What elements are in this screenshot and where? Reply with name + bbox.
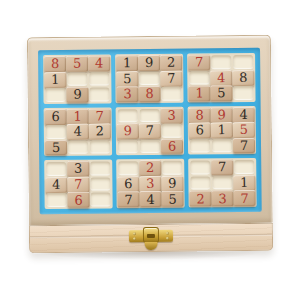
sudoku-board: 8541919257387481561742539768946157347626… [38,48,262,214]
board-cell-r9c2[interactable]: 6 [69,193,89,207]
tile-digit: 8 [51,57,59,70]
number-tile-r4c7[interactable]: 8 [189,107,211,123]
board-cell-r2c5[interactable] [139,71,159,85]
board-cell-r6c4[interactable] [118,140,138,154]
board-cell-r4c1[interactable]: 6 [46,110,66,124]
number-tile-r9c5[interactable]: 4 [139,191,161,207]
tile-digit: 6 [124,177,133,190]
number-tile-r1c2[interactable]: 5 [66,56,88,72]
board-cell-r5c8[interactable]: 1 [212,123,232,137]
board-cell-r3c8[interactable]: 5 [211,86,231,100]
number-tile-r5c7[interactable]: 6 [189,122,211,138]
number-tile-r1c6[interactable]: 2 [160,55,182,71]
box-front-panel [29,223,273,254]
number-tile-r2c8[interactable]: 4 [210,70,232,86]
board-cell-r2c9[interactable]: 8 [233,70,253,84]
tile-digit: 5 [217,87,225,100]
board-cell-r6c6[interactable]: 6 [162,139,182,153]
tile-digit: 3 [123,88,131,101]
board-cell-r7c8[interactable]: 7 [212,160,232,174]
tile-digit: 7 [96,109,104,122]
board-cell-r7c3[interactable] [90,162,110,176]
board-cell-r9c5[interactable]: 4 [141,192,161,206]
number-tile-r1c4[interactable]: 1 [116,55,138,71]
board-cell-r9c9[interactable]: 7 [235,191,255,205]
board-block-8: 2639745 [116,159,185,208]
number-tile-r4c8[interactable]: 9 [211,107,233,123]
board-cell-r2c3[interactable] [89,72,109,86]
tile-digit: 1 [74,110,82,123]
tile-digit: 4 [52,178,61,191]
board-cell-r3c3[interactable] [89,88,109,102]
tile-digit: 5 [52,141,60,154]
number-tile-r2c6[interactable]: 7 [160,70,182,86]
tile-digit: 1 [240,176,249,189]
number-tile-r1c7[interactable]: 7 [188,54,210,70]
board-cell-r3c1[interactable] [45,88,65,102]
board-cell-r4c7[interactable]: 8 [190,108,210,122]
board-block-5: 3976 [116,106,185,155]
tile-digit: 3 [74,162,82,175]
board-cell-r6c9[interactable]: 7 [234,139,254,153]
board-cell-r6c5[interactable] [140,140,160,154]
number-tile-r9c8[interactable]: 3 [211,191,233,207]
screw-icon [166,237,169,240]
board-cell-r7c1[interactable] [46,162,66,176]
board-cell-r8c4[interactable]: 6 [118,177,138,191]
product-photo: 8541919257387481561742539768946157347626… [0,0,300,300]
tile-digit: 7 [146,124,155,137]
screw-icon [133,237,136,240]
number-tile-r4c6[interactable]: 3 [161,107,183,123]
board-cell-r8c8[interactable] [212,176,232,190]
number-tile-r5c8[interactable]: 1 [211,122,233,138]
board-cell-r9c1[interactable] [47,193,67,207]
board-cell-r8c1[interactable]: 4 [46,178,66,192]
tile-digit: 7 [167,72,176,85]
tile-digit: 5 [123,72,132,85]
tile-digit: 2 [196,192,204,205]
number-tile-r9c9[interactable]: 7 [233,190,255,206]
number-tile-r4c1[interactable]: 6 [45,109,67,125]
tile-digit: 4 [95,57,103,70]
clasp-tongue [145,242,158,250]
tile-digit: 9 [145,56,153,69]
board-block-1: 85419 [43,54,112,103]
board-cell-r9c4[interactable]: 7 [119,193,139,207]
board-cell-r6c2[interactable] [68,140,88,154]
tile-digit: 5 [240,123,249,136]
tile-digit: 1 [195,87,203,100]
tile-digit: 7 [195,56,203,69]
board-cell-r7c6[interactable] [162,161,182,175]
board-cell-r5c3[interactable]: 2 [90,125,110,139]
tile-digit: 6 [196,124,205,137]
board-cell-r7c7[interactable] [190,161,210,175]
board-cell-r3c5[interactable]: 8 [139,87,159,101]
board-cell-r1c6[interactable]: 2 [161,56,181,70]
brass-clasp[interactable] [129,227,173,252]
tile-digit: 7 [240,139,248,152]
board-cell-r5c2[interactable]: 4 [68,125,88,139]
number-tile-r8c6[interactable]: 9 [161,175,183,191]
tile-digit: 7 [218,161,226,174]
board-cell-r8c7[interactable] [190,176,210,190]
board-cell-r1c8[interactable] [211,55,231,69]
number-tile-r5c5[interactable]: 7 [139,123,161,139]
board-block-6: 8946157 [188,106,257,155]
board-cell-r8c2[interactable]: 7 [68,178,88,192]
number-tile-r4c3[interactable]: 7 [89,108,111,124]
board-block-9: 71237 [188,158,257,207]
board-cell-r2c6[interactable]: 7 [161,71,181,85]
number-tile-r8c2[interactable]: 7 [67,176,89,192]
number-tile-r4c2[interactable]: 1 [67,108,89,124]
number-tile-r8c9[interactable]: 1 [233,175,255,191]
number-tile-r8c5[interactable]: 3 [139,176,161,192]
board-cell-r5c6[interactable] [162,124,182,138]
board-cell-r7c4[interactable] [118,161,138,175]
number-tile-r8c4[interactable]: 6 [117,176,139,192]
board-cell-r1c7[interactable]: 7 [189,55,209,69]
board-cell-r5c4[interactable]: 9 [118,124,138,138]
board-cell-r5c5[interactable]: 7 [140,124,160,138]
clasp-slot-icon [147,234,155,238]
tile-digit: 9 [218,108,226,121]
board-cell-r7c9[interactable] [234,160,254,174]
sudoku-box: 8541919257387481561742539768946157347626… [27,35,273,254]
number-tile-r2c4[interactable]: 5 [116,71,138,87]
tile-digit: 3 [218,192,226,205]
tile-digit: 1 [51,73,60,86]
tile-digit: 6 [52,110,60,123]
tile-digit: 7 [240,192,248,205]
board-cell-r8c3[interactable] [90,177,110,191]
tile-digit: 8 [239,71,248,84]
screw-icon [166,232,169,235]
number-tile-r5c2[interactable]: 4 [67,124,89,140]
board-cell-r2c4[interactable]: 5 [117,72,137,86]
board-cell-r4c8[interactable]: 9 [212,108,232,122]
board-cell-r4c5[interactable] [140,109,160,123]
number-tile-r2c1[interactable]: 1 [44,71,66,87]
tile-digit: 9 [124,125,133,138]
clasp-hasp[interactable] [143,227,159,243]
number-tile-r5c4[interactable]: 9 [117,123,139,139]
number-tile-r1c5[interactable]: 9 [138,55,160,71]
board-cell-r5c9[interactable]: 5 [234,123,254,137]
board-cell-r9c6[interactable]: 5 [163,192,183,206]
board-cell-r4c9[interactable]: 4 [234,108,254,122]
number-tile-r2c9[interactable]: 8 [232,69,254,85]
board-cell-r8c5[interactable]: 3 [140,177,160,191]
number-tile-r5c3[interactable]: 2 [89,123,111,139]
board-cell-r1c9[interactable] [233,55,253,69]
board-cell-r3c7[interactable]: 1 [189,86,209,100]
board-cell-r8c6[interactable]: 9 [162,177,182,191]
tile-digit: 6 [74,193,82,206]
board-cell-r4c3[interactable]: 7 [90,109,110,123]
tile-digit: 4 [217,71,226,84]
board-cell-r6c1[interactable]: 5 [46,141,66,155]
tile-digit: 5 [168,192,176,205]
number-tile-r3c2[interactable]: 9 [66,87,88,103]
tile-digit: 6 [168,140,176,153]
tile-digit: 1 [123,56,131,69]
board-cell-r6c7[interactable] [190,139,210,153]
board-cell-r5c1[interactable] [46,125,66,139]
board-cell-r3c2[interactable]: 9 [67,88,87,102]
board-cell-r1c2[interactable]: 5 [67,57,87,71]
number-tile-r6c9[interactable]: 7 [233,138,255,154]
number-tile-r4c9[interactable]: 4 [233,107,255,123]
tile-digit: 3 [168,109,176,122]
screw-icon [133,232,136,235]
number-tile-r9c7[interactable]: 2 [189,191,211,207]
tile-digit: 4 [74,125,83,138]
board-cell-r4c4[interactable] [118,109,138,123]
number-tile-r6c1[interactable]: 5 [45,140,67,156]
board-cell-r1c4[interactable]: 1 [117,56,137,70]
board-block-2: 1925738 [115,54,184,103]
number-tile-r7c2[interactable]: 3 [67,161,89,177]
tile-digit: 8 [145,87,153,100]
board-cell-r5c7[interactable]: 6 [190,124,210,138]
number-tile-r9c2[interactable]: 6 [68,192,90,208]
board-cell-r2c1[interactable]: 1 [45,72,65,86]
tile-digit: 1 [218,124,227,137]
board-cell-r2c8[interactable]: 4 [211,71,231,85]
number-tile-r3c8[interactable]: 5 [210,85,232,101]
board-cell-r9c3[interactable] [91,193,111,207]
board-cell-r6c3[interactable] [90,140,110,154]
tile-digit: 2 [146,162,154,175]
board-cell-r7c5[interactable]: 2 [140,161,160,175]
board-cell-r9c7[interactable]: 2 [191,192,211,206]
tile-digit: 8 [196,108,204,121]
box-lid: 8541919257387481561742539768946157347626… [27,35,273,226]
number-tile-r9c4[interactable]: 7 [117,192,139,208]
board-cell-r1c5[interactable]: 9 [139,56,159,70]
board-cell-r8c9[interactable]: 1 [234,176,254,190]
number-tile-r7c5[interactable]: 2 [139,160,161,176]
number-tile-r1c1[interactable]: 8 [44,56,66,72]
tile-digit: 3 [146,177,155,190]
number-tile-r6c6[interactable]: 6 [161,138,183,154]
board-cell-r4c6[interactable]: 3 [162,108,182,122]
number-tile-r3c4[interactable]: 3 [116,86,138,102]
number-tile-r5c9[interactable]: 5 [233,122,255,138]
number-tile-r9c6[interactable]: 5 [161,191,183,207]
board-cell-r2c2[interactable] [67,72,87,86]
tile-digit: 4 [146,193,154,206]
board-cell-r3c4[interactable]: 3 [117,87,137,101]
board-cell-r1c3[interactable]: 4 [89,56,109,70]
number-tile-r8c1[interactable]: 4 [45,177,67,193]
tile-digit: 7 [124,193,132,206]
board-cell-r7c2[interactable]: 3 [68,162,88,176]
board-cell-r6c8[interactable] [212,139,232,153]
board-block-4: 617425 [44,107,113,156]
number-tile-r3c5[interactable]: 8 [138,86,160,102]
board-cell-r1c1[interactable]: 8 [45,57,65,71]
board-block-7: 3476 [44,160,113,209]
board-block-3: 74815 [187,53,256,102]
number-tile-r1c3[interactable]: 4 [88,56,110,72]
tile-digit: 5 [73,57,81,70]
number-tile-r7c8[interactable]: 7 [211,160,233,176]
number-tile-r3c7[interactable]: 1 [188,85,210,101]
tile-digit: 2 [96,125,105,138]
tile-digit: 9 [73,88,81,101]
board-cell-r4c2[interactable]: 1 [68,109,88,123]
tile-digit: 2 [167,56,175,69]
tile-digit: 9 [168,177,177,190]
board-cell-r9c8[interactable]: 3 [213,192,233,206]
board-cell-r2c7[interactable] [189,71,209,85]
tile-digit: 4 [240,108,248,121]
board-cell-r3c6[interactable] [161,87,181,101]
tile-digit: 7 [74,178,83,191]
board-cell-r3c9[interactable] [233,86,253,100]
